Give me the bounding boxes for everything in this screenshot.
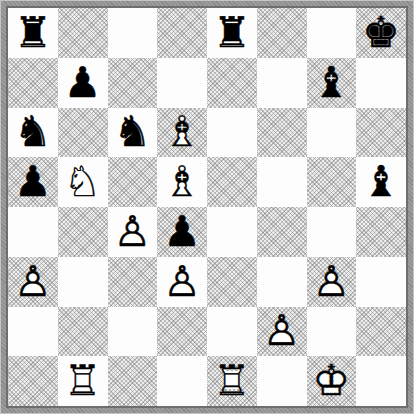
black-knight-glyph: ♞ [108, 108, 158, 158]
square-h8[interactable]: ♚ [356, 8, 406, 58]
square-e3[interactable] [207, 257, 257, 307]
square-d7[interactable] [157, 58, 207, 108]
square-d6[interactable]: ♝♗ [157, 108, 207, 158]
white-pawn-glyph: ♙ [257, 307, 307, 357]
square-f7[interactable] [257, 58, 307, 108]
white-pawn: ♟♙ [8, 257, 58, 307]
black-knight: ♞ [8, 108, 58, 158]
square-f8[interactable] [257, 8, 307, 58]
black-rook: ♜ [8, 8, 58, 58]
square-h1[interactable] [356, 356, 406, 406]
black-bishop-glyph: ♝ [356, 157, 406, 207]
black-king-glyph: ♚ [356, 8, 406, 58]
square-c7[interactable] [108, 58, 158, 108]
black-pawn: ♟ [8, 157, 58, 207]
square-a1[interactable] [8, 356, 58, 406]
square-e4[interactable] [207, 207, 257, 257]
black-pawn-glyph: ♟ [8, 157, 58, 207]
square-g5[interactable] [307, 157, 357, 207]
black-rook-glyph: ♜ [8, 8, 58, 58]
square-f5[interactable] [257, 157, 307, 207]
square-f4[interactable] [257, 207, 307, 257]
white-knight: ♞♘ [58, 157, 108, 207]
white-bishop: ♝♗ [157, 157, 207, 207]
square-g6[interactable] [307, 108, 357, 158]
square-c5[interactable] [108, 157, 158, 207]
square-e6[interactable] [207, 108, 257, 158]
black-pawn-glyph: ♟ [157, 207, 207, 257]
square-a7[interactable] [8, 58, 58, 108]
white-rook: ♜♖ [207, 356, 257, 406]
black-rook: ♜ [207, 8, 257, 58]
square-e5[interactable] [207, 157, 257, 207]
square-h3[interactable] [356, 257, 406, 307]
square-b6[interactable] [58, 108, 108, 158]
square-f3[interactable] [257, 257, 307, 307]
board-frame: ♜♜♚♟♝♞♞♝♗♟♞♘♝♗♝♟♙♟♟♙♟♙♟♙♟♙♜♖♜♖♚♔ [0, 0, 414, 414]
black-bishop: ♝ [356, 157, 406, 207]
square-h2[interactable] [356, 307, 406, 357]
black-pawn-glyph: ♟ [58, 58, 108, 108]
square-a3[interactable]: ♟♙ [8, 257, 58, 307]
white-pawn-glyph: ♙ [157, 257, 207, 307]
black-pawn: ♟ [157, 207, 207, 257]
black-bishop-glyph: ♝ [307, 58, 357, 108]
white-pawn-glyph: ♙ [307, 257, 357, 307]
board-inner-border: ♜♜♚♟♝♞♞♝♗♟♞♘♝♗♝♟♙♟♟♙♟♙♟♙♟♙♜♖♜♖♚♔ [6, 6, 408, 408]
square-g2[interactable] [307, 307, 357, 357]
square-a6[interactable]: ♞ [8, 108, 58, 158]
square-g3[interactable]: ♟♙ [307, 257, 357, 307]
white-pawn: ♟♙ [108, 207, 158, 257]
white-king-glyph: ♔ [307, 356, 357, 406]
square-e8[interactable]: ♜ [207, 8, 257, 58]
square-g8[interactable] [307, 8, 357, 58]
square-d5[interactable]: ♝♗ [157, 157, 207, 207]
white-pawn: ♟♙ [257, 307, 307, 357]
square-d3[interactable]: ♟♙ [157, 257, 207, 307]
white-bishop-glyph: ♗ [157, 108, 207, 158]
square-e2[interactable] [207, 307, 257, 357]
white-rook-glyph: ♖ [58, 356, 108, 406]
square-h7[interactable] [356, 58, 406, 108]
square-d8[interactable] [157, 8, 207, 58]
square-c8[interactable] [108, 8, 158, 58]
square-c4[interactable]: ♟♙ [108, 207, 158, 257]
white-knight-glyph: ♘ [58, 157, 108, 207]
square-f1[interactable] [257, 356, 307, 406]
square-f2[interactable]: ♟♙ [257, 307, 307, 357]
square-g4[interactable] [307, 207, 357, 257]
black-pawn: ♟ [58, 58, 108, 108]
square-b4[interactable] [58, 207, 108, 257]
black-bishop: ♝ [307, 58, 357, 108]
square-c6[interactable]: ♞ [108, 108, 158, 158]
square-b8[interactable] [58, 8, 108, 58]
white-pawn-glyph: ♙ [8, 257, 58, 307]
square-h4[interactable] [356, 207, 406, 257]
square-c1[interactable] [108, 356, 158, 406]
square-b1[interactable]: ♜♖ [58, 356, 108, 406]
square-g1[interactable]: ♚♔ [307, 356, 357, 406]
chess-board: ♜♜♚♟♝♞♞♝♗♟♞♘♝♗♝♟♙♟♟♙♟♙♟♙♟♙♜♖♜♖♚♔ [8, 8, 406, 406]
chess-diagram: ♜♜♚♟♝♞♞♝♗♟♞♘♝♗♝♟♙♟♟♙♟♙♟♙♟♙♜♖♜♖♚♔ [0, 0, 414, 414]
square-d1[interactable] [157, 356, 207, 406]
square-h5[interactable]: ♝ [356, 157, 406, 207]
white-rook: ♜♖ [58, 356, 108, 406]
square-a4[interactable] [8, 207, 58, 257]
white-bishop-glyph: ♗ [157, 157, 207, 207]
square-d2[interactable] [157, 307, 207, 357]
white-pawn-glyph: ♙ [108, 207, 158, 257]
square-a5[interactable]: ♟ [8, 157, 58, 207]
square-f6[interactable] [257, 108, 307, 158]
white-king: ♚♔ [307, 356, 357, 406]
square-b7[interactable]: ♟ [58, 58, 108, 108]
white-pawn: ♟♙ [307, 257, 357, 307]
square-b2[interactable] [58, 307, 108, 357]
black-knight: ♞ [108, 108, 158, 158]
square-d4[interactable]: ♟ [157, 207, 207, 257]
white-rook-glyph: ♖ [207, 356, 257, 406]
square-b5[interactable]: ♞♘ [58, 157, 108, 207]
square-h6[interactable] [356, 108, 406, 158]
white-bishop: ♝♗ [157, 108, 207, 158]
square-e1[interactable]: ♜♖ [207, 356, 257, 406]
square-e7[interactable] [207, 58, 257, 108]
square-a8[interactable]: ♜ [8, 8, 58, 58]
square-b3[interactable] [58, 257, 108, 307]
white-pawn: ♟♙ [157, 257, 207, 307]
square-g7[interactable]: ♝ [307, 58, 357, 108]
black-knight-glyph: ♞ [8, 108, 58, 158]
square-c3[interactable] [108, 257, 158, 307]
black-rook-glyph: ♜ [207, 8, 257, 58]
square-a2[interactable] [8, 307, 58, 357]
black-king: ♚ [356, 8, 406, 58]
square-c2[interactable] [108, 307, 158, 357]
